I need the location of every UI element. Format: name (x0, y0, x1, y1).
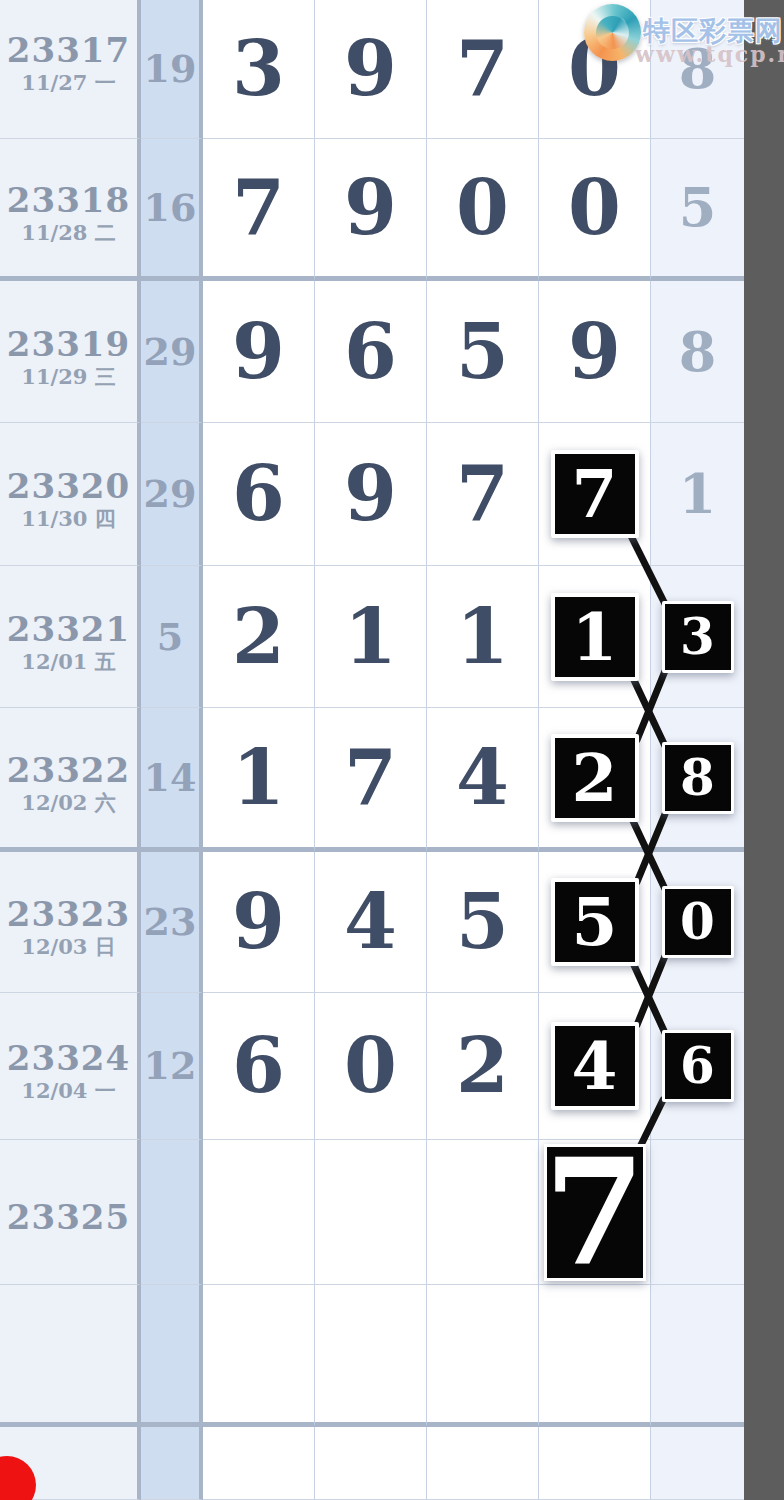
tail-cell: 0 (651, 852, 744, 993)
digit-cell: 0 (315, 993, 427, 1140)
boxed-digit: 2 (551, 734, 639, 822)
digit-cell: 5 (427, 281, 539, 423)
sum-cell: 19 (141, 0, 203, 139)
digit-cell: 4 (539, 993, 651, 1140)
sum-value: 29 (144, 333, 197, 371)
digit-cell: 9 (539, 281, 651, 423)
digit-value: 7 (232, 170, 285, 246)
sum-cell: 5 (141, 566, 203, 708)
digit-value: 7 (456, 456, 509, 532)
period-date-stack: 2332011/30 四 (7, 466, 130, 532)
period-cell: 2332412/04 一 (0, 993, 141, 1140)
digit-cell: 9 (203, 281, 315, 423)
period-date-stack: 2331811/28 二 (7, 180, 130, 246)
digit-value: 5 (456, 314, 509, 390)
tail-value: 8 (679, 325, 717, 379)
results-table: 2331711/27 一19397082331811/28 二167900523… (0, 0, 744, 1500)
digit-cell: 3 (203, 0, 315, 139)
sum-value: 23 (144, 903, 197, 941)
digit-cell: 1 (427, 566, 539, 708)
digit-cell: 9 (315, 0, 427, 139)
tail-cell: 8 (651, 708, 744, 852)
period-cell: 23325 (0, 1140, 141, 1285)
period-number: 23318 (7, 180, 130, 220)
digit-cell: 1 (203, 708, 315, 852)
sum-cell: 29 (141, 423, 203, 566)
digit-cell (203, 1285, 315, 1427)
period-number: 23319 (7, 324, 130, 364)
digit-value: 0 (568, 170, 621, 246)
digit-cell: 6 (203, 423, 315, 566)
digit-cell (203, 1427, 315, 1500)
digit-value: 1 (344, 599, 397, 675)
boxed-digit-value: 1 (572, 604, 618, 670)
site-watermark: www.tqcp.net (635, 41, 784, 67)
sum-value: 12 (144, 1047, 197, 1085)
digit-cell: 7 (315, 708, 427, 852)
boxed-digit: 7 (551, 450, 639, 538)
digit-value: 1 (456, 599, 509, 675)
period-number: 23320 (7, 466, 130, 506)
digit-value: 9 (344, 456, 397, 532)
digit-cell (315, 1285, 427, 1427)
draw-date: 12/02 六 (21, 790, 115, 816)
period-number: 23324 (7, 1038, 130, 1078)
digit-cell (427, 1285, 539, 1427)
sum-value: 5 (157, 618, 183, 656)
period-date-stack: 2331911/29 三 (7, 324, 130, 390)
digit-cell: 6 (203, 993, 315, 1140)
period-number: 23322 (7, 750, 130, 790)
digit-cell: 1 (315, 566, 427, 708)
boxed-digit: 4 (551, 1022, 639, 1110)
sum-cell: 29 (141, 281, 203, 423)
period-cell: 2331911/29 三 (0, 281, 141, 423)
digit-cell (315, 1140, 427, 1285)
digit-value: 3 (232, 31, 285, 107)
sum-value: 19 (144, 50, 197, 88)
period-cell: 2331811/28 二 (0, 139, 141, 281)
sum-cell: 12 (141, 993, 203, 1140)
boxed-digit-value: 7 (544, 1139, 646, 1285)
digit-cell: 7 (427, 423, 539, 566)
boxed-digit-value: 8 (680, 753, 715, 803)
digit-value: 9 (232, 884, 285, 960)
tail-cell: 5 (651, 139, 744, 281)
digit-cell (539, 1427, 651, 1500)
tail-value: 5 (679, 181, 717, 235)
digit-cell: 0 (427, 139, 539, 281)
boxed-digit: 5 (551, 878, 639, 966)
digit-value: 4 (456, 740, 509, 816)
boxed-digit-value: 7 (572, 461, 618, 527)
sum-value: 29 (144, 475, 197, 513)
boxed-digit-value: 5 (572, 889, 618, 955)
sum-cell (141, 1427, 203, 1500)
draw-date: 11/30 四 (21, 506, 115, 532)
boxed-digit-value: 2 (572, 745, 618, 811)
digit-value: 6 (232, 1028, 285, 1104)
draw-date: 12/03 日 (21, 934, 115, 960)
tail-cell (651, 1427, 744, 1500)
period-date-stack: 23325 (7, 1197, 130, 1237)
digit-cell: 9 (315, 139, 427, 281)
digit-cell: 1 (539, 566, 651, 708)
period-date-stack: 2332312/03 日 (7, 894, 130, 960)
period-cell: 2332312/03 日 (0, 852, 141, 993)
period-date-stack: 2332412/04 一 (7, 1038, 130, 1104)
digit-value: 0 (344, 1028, 397, 1104)
period-cell: 2332112/01 五 (0, 566, 141, 708)
sum-value: 16 (144, 189, 197, 227)
period-date-stack: 2331711/27 一 (7, 30, 130, 96)
digit-cell (315, 1427, 427, 1500)
period-cell: 2331711/27 一 (0, 0, 141, 139)
tail-cell: 1 (651, 423, 744, 566)
period-number: 23323 (7, 894, 130, 934)
boxed-tail-digit: 3 (662, 601, 734, 673)
sum-cell (141, 1285, 203, 1427)
digit-cell: 7 (427, 0, 539, 139)
sum-value: 14 (144, 759, 197, 797)
draw-date: 11/28 二 (21, 220, 115, 246)
sum-cell (141, 1140, 203, 1285)
digit-value: 9 (568, 314, 621, 390)
tail-cell: 6 (651, 993, 744, 1140)
digit-value: 6 (232, 456, 285, 532)
digit-value: 2 (232, 599, 285, 675)
digit-cell: 4 (427, 708, 539, 852)
digit-cell: 2 (427, 993, 539, 1140)
digit-cell: 5 (539, 852, 651, 993)
boxed-tail-digit: 0 (662, 886, 734, 958)
digit-cell (539, 1285, 651, 1427)
digit-cell: 7 (539, 1140, 651, 1285)
digit-value: 0 (456, 170, 509, 246)
draw-date: 11/29 三 (21, 364, 115, 390)
sum-cell: 14 (141, 708, 203, 852)
digit-value: 7 (456, 31, 509, 107)
boxed-digit: 1 (551, 593, 639, 681)
digit-cell: 4 (315, 852, 427, 993)
digit-cell (203, 1140, 315, 1285)
period-cell (0, 1285, 141, 1427)
digit-cell: 7 (203, 139, 315, 281)
draw-date: 11/27 一 (21, 70, 115, 96)
boxed-digit-value: 6 (680, 1041, 715, 1091)
digit-value: 9 (344, 31, 397, 107)
digit-value: 9 (232, 314, 285, 390)
boxed-digit-value: 4 (572, 1033, 618, 1099)
tail-cell: 8 (651, 281, 744, 423)
scrollbar-area[interactable] (744, 0, 784, 1500)
boxed-tail-digit: 8 (662, 742, 734, 814)
digit-cell (427, 1140, 539, 1285)
tail-cell (651, 1140, 744, 1285)
digit-cell: 2 (539, 708, 651, 852)
period-number: 23325 (7, 1197, 130, 1237)
period-date-stack: 2332112/01 五 (7, 609, 130, 675)
digit-value: 5 (456, 884, 509, 960)
period-date-stack: 2332212/02 六 (7, 750, 130, 816)
digit-cell (427, 1427, 539, 1500)
digit-cell: 0 (539, 139, 651, 281)
draw-date: 12/01 五 (21, 649, 115, 675)
boxed-digit-value: 3 (680, 612, 715, 662)
digit-cell: 2 (203, 566, 315, 708)
period-cell: 2332212/02 六 (0, 708, 141, 852)
digit-value: 1 (232, 740, 285, 816)
logo-swirl-icon (584, 4, 641, 61)
boxed-tail-digit: 6 (662, 1030, 734, 1102)
digit-cell: 6 (315, 281, 427, 423)
big-boxed-digit: 7 (544, 1144, 646, 1281)
period-number: 23317 (7, 30, 130, 70)
digit-value: 2 (456, 1028, 509, 1104)
digit-value: 6 (344, 314, 397, 390)
sum-cell: 16 (141, 139, 203, 281)
period-number: 23321 (7, 609, 130, 649)
boxed-digit-value: 0 (680, 897, 715, 947)
digit-value: 4 (344, 884, 397, 960)
digit-cell: 9 (315, 423, 427, 566)
tail-value: 1 (679, 467, 717, 521)
digit-cell: 7 (539, 423, 651, 566)
digit-value: 7 (344, 740, 397, 816)
digit-cell: 9 (203, 852, 315, 993)
site-logo[interactable]: 特区彩票网 www.tqcp.net (578, 0, 784, 70)
tail-cell (651, 1285, 744, 1427)
draw-date: 12/04 一 (21, 1078, 115, 1104)
period-cell: 2332011/30 四 (0, 423, 141, 566)
tail-cell: 3 (651, 566, 744, 708)
sum-cell: 23 (141, 852, 203, 993)
digit-cell: 5 (427, 852, 539, 993)
digit-value: 9 (344, 170, 397, 246)
